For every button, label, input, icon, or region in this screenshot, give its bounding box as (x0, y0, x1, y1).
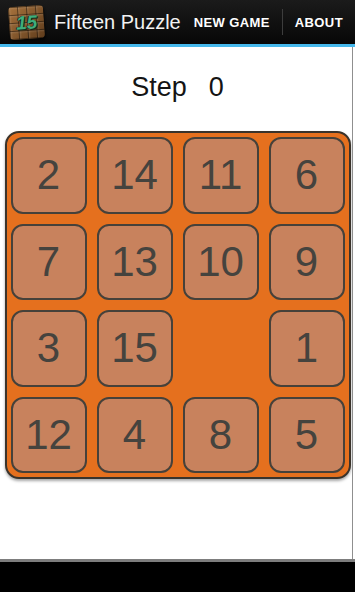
step-counter-row: Step0 (0, 47, 355, 102)
puzzle-tile[interactable]: 9 (269, 224, 345, 301)
puzzle-tile[interactable]: 13 (97, 224, 173, 301)
app-screen: 15 Fifteen Puzzle NEW GAME ABOUT Step0 2… (0, 0, 355, 592)
puzzle-board: 2 14 11 6 7 13 10 9 3 15 1 12 4 8 5 (5, 131, 351, 479)
puzzle-tile[interactable]: 5 (269, 397, 345, 474)
menu-new-game-button[interactable]: NEW GAME (182, 1, 282, 44)
puzzle-tile[interactable]: 12 (11, 397, 87, 474)
system-navigation-bar (0, 559, 355, 592)
puzzle-tile[interactable]: 3 (11, 310, 87, 387)
puzzle-tile[interactable]: 7 (11, 224, 87, 301)
action-bar: 15 Fifteen Puzzle NEW GAME ABOUT (0, 0, 355, 44)
puzzle-tile[interactable]: 8 (183, 397, 259, 474)
puzzle-tile[interactable]: 1 (269, 310, 345, 387)
puzzle-tile[interactable]: 15 (97, 310, 173, 387)
puzzle-tile[interactable]: 4 (97, 397, 173, 474)
step-label: Step (131, 72, 187, 102)
puzzle-tile[interactable]: 11 (183, 137, 259, 214)
content-area: Step0 2 14 11 6 7 13 10 9 3 15 1 12 4 8 … (0, 47, 355, 559)
app-icon: 15 (8, 4, 45, 39)
puzzle-tile[interactable]: 2 (11, 137, 87, 214)
screen-edge-line (352, 47, 353, 559)
menu-about-button[interactable]: ABOUT (283, 1, 355, 44)
empty-slot (183, 310, 259, 387)
puzzle-tile[interactable]: 10 (183, 224, 259, 301)
app-icon-label: 15 (15, 12, 37, 32)
puzzle-tile[interactable]: 14 (97, 137, 173, 214)
step-counter-value: 0 (209, 72, 224, 102)
puzzle-tile[interactable]: 6 (269, 137, 345, 214)
app-title: Fifteen Puzzle (54, 11, 181, 34)
